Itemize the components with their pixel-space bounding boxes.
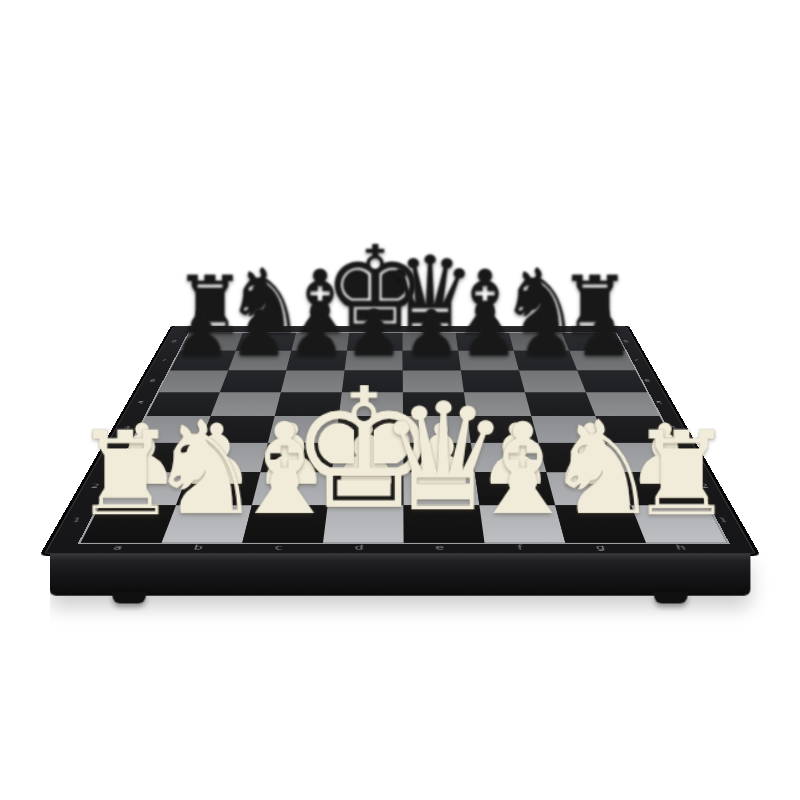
board-foot-right [654, 592, 687, 604]
square-g6 [519, 371, 586, 393]
square-f6 [461, 371, 525, 393]
square-d4 [336, 416, 404, 442]
rank-label-5: 5 [655, 401, 663, 405]
file-label-e: e [435, 543, 445, 551]
rank-label-3: 3 [683, 453, 693, 458]
square-b6 [220, 371, 287, 393]
square-d8: ♚ [347, 333, 403, 351]
rank-label-6: 6 [149, 379, 157, 383]
square-g1: ♞ [555, 505, 646, 542]
square-g8: ♞ [509, 333, 569, 351]
square-d7: ♟ [345, 351, 403, 371]
rank-label-4: 4 [123, 425, 132, 430]
black-rook: ♜ [174, 265, 246, 346]
square-e6 [403, 371, 464, 393]
chess-board: ♜♞♝♚♛♝♞♜♟♟♟♟♟♟♟♟♟♟♟♟♟♟♟♟♜♞♝♚♛♝♞♜ abcdefg… [39, 326, 761, 556]
square-f4 [467, 416, 538, 442]
square-d2: ♟ [328, 472, 404, 505]
square-f7: ♟ [458, 351, 519, 371]
square-a7: ♟ [170, 351, 236, 371]
square-c6 [281, 371, 345, 393]
square-a4 [133, 416, 211, 442]
rank-label-1: 1 [718, 517, 729, 523]
case-front-side [50, 553, 751, 595]
square-f8: ♝ [456, 333, 514, 351]
square-d3 [332, 443, 403, 473]
square-f1: ♝ [479, 505, 565, 542]
rank-label-8: 8 [170, 340, 177, 343]
square-b1: ♞ [162, 505, 252, 542]
file-label-d: d [354, 543, 365, 551]
square-a2: ♟ [100, 472, 189, 505]
square-b7: ♟ [228, 351, 291, 371]
square-c2: ♟ [252, 472, 332, 505]
rank-label-2: 2 [90, 483, 100, 489]
square-e7: ♟ [403, 351, 461, 371]
rank-label-7: 7 [160, 358, 168, 361]
file-label-g: g [595, 543, 608, 551]
square-c5 [275, 392, 342, 416]
square-e3 [403, 443, 475, 473]
square-f5 [464, 392, 531, 416]
rank-label-8: 8 [622, 340, 629, 343]
square-e4 [403, 416, 471, 442]
square-g3 [538, 443, 617, 473]
file-label-a: a [112, 543, 126, 551]
file-label-h: h [674, 543, 688, 551]
square-b4 [200, 416, 274, 442]
rank-label-7: 7 [632, 358, 640, 361]
rank-label-4: 4 [668, 425, 677, 430]
square-e1: ♛ [404, 505, 485, 542]
rank-label-3: 3 [107, 453, 117, 458]
square-d1: ♚ [323, 505, 404, 542]
black-king: ♚ [323, 231, 426, 346]
square-a6 [159, 371, 228, 393]
rank-label-1: 1 [71, 517, 82, 523]
square-g7: ♟ [514, 351, 577, 371]
square-g2: ♟ [546, 472, 631, 505]
square-e2: ♟ [403, 472, 479, 505]
square-c1: ♝ [242, 505, 327, 542]
square-e5 [403, 392, 467, 416]
square-a1: ♜ [81, 505, 176, 542]
rank-label-5: 5 [136, 401, 144, 405]
square-a3 [117, 443, 200, 473]
rank-label-2: 2 [699, 483, 709, 489]
square-g4 [531, 416, 606, 442]
chess-set-photo: ♜♞♝♚♛♝♞♜♟♟♟♟♟♟♟♟♟♟♟♟♟♟♟♟♜♞♝♚♛♝♞♜ abcdefg… [0, 0, 800, 800]
file-label-b: b [193, 543, 206, 551]
board-foot-left [113, 592, 146, 604]
square-c3 [260, 443, 335, 473]
square-b8: ♞ [236, 333, 296, 351]
square-d6 [342, 371, 403, 393]
square-g5 [525, 392, 596, 416]
square-b2: ♟ [176, 472, 260, 505]
rank-label-6: 6 [643, 379, 651, 383]
square-f2: ♟ [475, 472, 555, 505]
square-b3 [189, 443, 268, 473]
file-label-c: c [274, 543, 285, 551]
square-a8: ♜ [180, 333, 243, 351]
square-b5 [211, 392, 281, 416]
square-c4 [268, 416, 339, 442]
square-c8: ♝ [291, 333, 349, 351]
square-a5 [146, 392, 219, 416]
square-d5 [339, 392, 403, 416]
black-queen: ♛ [384, 243, 476, 346]
square-f3 [471, 443, 547, 473]
square-e8: ♛ [402, 333, 458, 351]
file-label-f: f [517, 543, 525, 551]
file-labels-front: abcdefgh [76, 543, 723, 552]
square-c7: ♟ [286, 351, 347, 371]
